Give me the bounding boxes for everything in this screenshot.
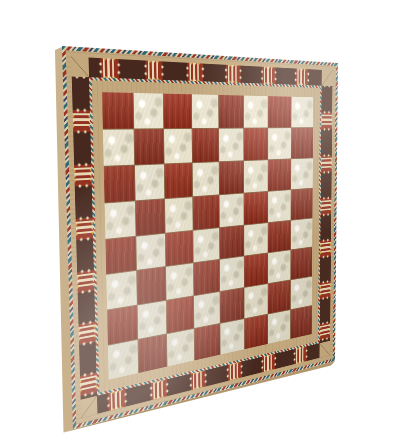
mosaic-corner-top-left [71,57,89,78]
square-r3c7 [268,159,290,191]
square-r7c1 [107,306,137,345]
square-r6c7 [268,251,290,284]
square-r2c2 [134,129,163,164]
photo-background [0,0,399,448]
square-r8c6 [245,315,268,349]
square-r1c7 [268,96,291,127]
square-r4c7 [268,190,290,222]
square-r2c4 [192,129,218,163]
square-r6c3 [166,264,193,300]
square-r8c2 [138,334,166,372]
playing-field [102,92,313,380]
square-r4c6 [244,191,267,224]
square-r2c6 [244,128,268,160]
square-r8c7 [268,310,290,344]
square-r4c4 [193,195,219,230]
square-r3c1 [104,165,135,202]
mosaic-corner-top-right [322,70,333,86]
square-r6c1 [106,271,136,310]
square-r5c6 [244,223,267,256]
square-r3c8 [291,158,313,189]
square-r3c5 [219,161,244,194]
square-r5c2 [136,233,165,270]
square-r7c3 [166,297,193,334]
square-r3c6 [244,160,268,192]
square-r1c4 [192,94,218,128]
square-r7c4 [194,292,220,328]
square-r5c8 [291,218,312,250]
square-r2c8 [291,128,313,158]
square-r2c3 [164,129,192,163]
square-r7c2 [138,301,167,339]
square-r7c7 [268,280,290,313]
square-r8c3 [167,329,194,366]
square-r3c3 [164,163,192,198]
square-r6c6 [245,254,268,288]
square-r8c1 [108,340,138,380]
square-r8c8 [291,306,312,339]
square-r5c3 [165,230,192,266]
square-r8c5 [220,319,244,354]
square-r5c5 [219,225,244,259]
square-r2c1 [103,129,134,165]
square-r7c5 [220,288,244,323]
square-r4c8 [291,188,312,219]
square-r4c5 [219,193,244,227]
square-r6c4 [193,260,219,295]
square-r7c6 [245,284,268,318]
square-r4c1 [105,201,136,238]
square-r1c6 [244,96,268,128]
square-r8c4 [194,324,220,360]
square-r6c5 [220,257,244,292]
square-r1c2 [134,93,164,128]
square-r1c8 [292,97,314,127]
square-r3c2 [135,164,164,200]
mosaic-corner-bottom-right [319,341,330,358]
square-r1c5 [219,95,244,128]
square-r4c2 [136,199,165,235]
square-r6c8 [291,248,312,280]
square-r1c3 [163,94,191,129]
square-r6c2 [137,267,166,304]
square-r7c8 [291,277,312,309]
square-r3c4 [192,162,218,196]
square-r2c5 [219,128,244,161]
square-r5c7 [268,220,290,252]
square-r5c4 [193,228,219,263]
square-r4c3 [165,197,192,232]
square-r1c1 [102,92,133,128]
square-r5c1 [105,236,136,274]
square-r2c7 [268,128,291,159]
